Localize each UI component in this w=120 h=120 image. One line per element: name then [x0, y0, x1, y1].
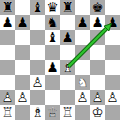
square-a1[interactable]: ♜♖ — [0, 105, 15, 120]
piece-black-knight[interactable]: ♞ — [45, 15, 60, 30]
square-e3[interactable] — [60, 75, 75, 90]
piece-black-rook[interactable]: ♜ — [0, 0, 15, 15]
chess-board: ♜♝♛♜♚♟♟♞♟♟♟♝♟♟♝♗♟♙♞♘♟♙♟♙♟♙♟♙♟♙♜♖♝♗♛♕♜♖♚♔ — [0, 0, 120, 120]
square-h1[interactable] — [105, 105, 120, 120]
piece-white-pawn[interactable]: ♟♙ — [105, 90, 120, 105]
square-b4[interactable] — [15, 60, 30, 75]
square-c4[interactable] — [30, 60, 45, 75]
square-b2[interactable]: ♟♙ — [15, 90, 30, 105]
square-h8[interactable] — [105, 0, 120, 15]
piece-white-rook[interactable]: ♜♖ — [60, 105, 75, 120]
square-b1[interactable] — [15, 105, 30, 120]
square-e5[interactable] — [60, 45, 75, 60]
square-b6[interactable] — [15, 30, 30, 45]
square-g5[interactable] — [90, 45, 105, 60]
piece-black-pawn[interactable]: ♟ — [60, 30, 75, 45]
piece-white-pawn[interactable]: ♟♙ — [15, 90, 30, 105]
piece-white-king[interactable]: ♚♔ — [90, 105, 105, 120]
piece-white-pawn[interactable]: ♟♙ — [0, 90, 15, 105]
square-g2[interactable]: ♟♙ — [90, 90, 105, 105]
square-h2[interactable]: ♟♙ — [105, 90, 120, 105]
square-c6[interactable] — [30, 30, 45, 45]
square-b5[interactable] — [15, 45, 30, 60]
square-d5[interactable] — [45, 45, 60, 60]
square-d3[interactable] — [45, 75, 60, 90]
square-h5[interactable] — [105, 45, 120, 60]
square-f7[interactable]: ♟ — [75, 15, 90, 30]
piece-black-pawn[interactable]: ♟ — [0, 15, 15, 30]
piece-black-king[interactable]: ♚ — [90, 0, 105, 15]
square-c3[interactable]: ♟♙ — [30, 75, 45, 90]
piece-white-rook[interactable]: ♜♖ — [0, 105, 15, 120]
square-d1[interactable]: ♛♕ — [45, 105, 60, 120]
piece-black-pawn[interactable]: ♟ — [15, 15, 30, 30]
piece-black-pawn[interactable]: ♟ — [90, 15, 105, 30]
square-c7[interactable] — [30, 15, 45, 30]
square-b8[interactable] — [15, 0, 30, 15]
square-a3[interactable] — [0, 75, 15, 90]
square-b3[interactable] — [15, 75, 30, 90]
square-h3[interactable] — [105, 75, 120, 90]
square-g7[interactable]: ♟ — [90, 15, 105, 30]
square-f2[interactable]: ♟♙ — [75, 90, 90, 105]
square-a4[interactable] — [0, 60, 15, 75]
piece-white-pawn[interactable]: ♟♙ — [75, 90, 90, 105]
square-f3[interactable]: ♞♘ — [75, 75, 90, 90]
square-h7[interactable]: ♟ — [105, 15, 120, 30]
square-f6[interactable] — [75, 30, 90, 45]
square-f8[interactable] — [75, 0, 90, 15]
square-e1[interactable]: ♜♖ — [60, 105, 75, 120]
square-f1[interactable] — [75, 105, 90, 120]
piece-black-pawn[interactable]: ♟ — [105, 15, 120, 30]
square-e2[interactable] — [60, 90, 75, 105]
square-c8[interactable]: ♝ — [30, 0, 45, 15]
square-g6[interactable] — [90, 30, 105, 45]
square-h4[interactable] — [105, 60, 120, 75]
square-e7[interactable] — [60, 15, 75, 30]
square-a7[interactable]: ♟ — [0, 15, 15, 30]
square-h6[interactable] — [105, 30, 120, 45]
square-e8[interactable]: ♜ — [60, 0, 75, 15]
square-a6[interactable] — [0, 30, 15, 45]
piece-black-queen[interactable]: ♛ — [45, 0, 60, 15]
square-a8[interactable]: ♜ — [0, 0, 15, 15]
square-b7[interactable]: ♟ — [15, 15, 30, 30]
square-d8[interactable]: ♛ — [45, 0, 60, 15]
piece-black-rook[interactable]: ♜ — [60, 0, 75, 15]
piece-white-knight[interactable]: ♞♘ — [75, 75, 90, 90]
piece-black-pawn[interactable]: ♟ — [75, 15, 90, 30]
piece-white-bishop[interactable]: ♝♗ — [30, 105, 45, 120]
chess-app: ♜♝♛♜♚♟♟♞♟♟♟♝♟♟♝♗♟♙♞♘♟♙♟♙♟♙♟♙♟♙♜♖♝♗♛♕♜♖♚♔ — [0, 0, 120, 120]
square-c5[interactable] — [30, 45, 45, 60]
square-c2[interactable] — [30, 90, 45, 105]
piece-white-bishop[interactable]: ♝♗ — [60, 60, 75, 75]
piece-white-pawn[interactable]: ♟♙ — [90, 90, 105, 105]
piece-white-queen[interactable]: ♛♕ — [45, 105, 60, 120]
square-e6[interactable]: ♟ — [60, 30, 75, 45]
piece-white-pawn[interactable]: ♟♙ — [30, 75, 45, 90]
square-g8[interactable]: ♚ — [90, 0, 105, 15]
square-c1[interactable]: ♝♗ — [30, 105, 45, 120]
square-f4[interactable] — [75, 60, 90, 75]
square-a5[interactable] — [0, 45, 15, 60]
piece-black-bishop[interactable]: ♝ — [45, 30, 60, 45]
square-a2[interactable]: ♟♙ — [0, 90, 15, 105]
square-e4[interactable]: ♝♗ — [60, 60, 75, 75]
square-g3[interactable] — [90, 75, 105, 90]
square-g1[interactable]: ♚♔ — [90, 105, 105, 120]
square-d2[interactable] — [45, 90, 60, 105]
square-d4[interactable]: ♟ — [45, 60, 60, 75]
piece-black-pawn[interactable]: ♟ — [45, 60, 60, 75]
piece-black-bishop[interactable]: ♝ — [30, 0, 45, 15]
square-f5[interactable] — [75, 45, 90, 60]
square-d6[interactable]: ♝ — [45, 30, 60, 45]
square-d7[interactable]: ♞ — [45, 15, 60, 30]
square-g4[interactable] — [90, 60, 105, 75]
